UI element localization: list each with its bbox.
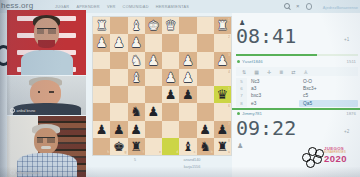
- main-menu: JUGAR APRENDER VER COMUNIDAD HERRAMIENTA…: [55, 5, 189, 9]
- move-number: 8: [236, 100, 247, 107]
- footer-player-name[interactable]: karja1556: [140, 165, 244, 169]
- square-c6[interactable]: [179, 103, 196, 120]
- white-clock-badge: +1: [344, 37, 349, 42]
- black-move[interactable]: c5: [299, 93, 358, 98]
- white-player-name[interactable]: Yusef1846: [242, 59, 263, 64]
- square-e3[interactable]: ♟: [145, 52, 162, 69]
- face-mask: [38, 40, 55, 48]
- black-pawn-piece[interactable]: ♟: [145, 103, 162, 120]
- white-player-clock: 08:41: [236, 24, 296, 48]
- notifications-icon[interactable]: [306, 3, 313, 10]
- square-b6[interactable]: [197, 103, 214, 120]
- chess-broadcast-screen: hess.org JUGAR APRENDER VER COMUNIDAD HE…: [0, 0, 360, 177]
- square-d3[interactable]: [162, 52, 179, 69]
- menu-item-aprender[interactable]: APRENDER: [76, 5, 100, 9]
- square-d8[interactable]: d: [162, 138, 179, 155]
- participant-name-tag: ruben gonzalez: [10, 170, 40, 175]
- square-e7[interactable]: [145, 121, 162, 138]
- square-e8[interactable]: e: [145, 138, 162, 155]
- square-a8[interactable]: ♜8a: [214, 138, 231, 155]
- square-a2[interactable]: 2: [214, 34, 231, 51]
- search-icon[interactable]: [284, 3, 290, 9]
- white-pawn-piece[interactable]: ♟: [110, 34, 127, 51]
- black-pawn-piece[interactable]: ♟: [93, 121, 110, 138]
- black-pawn-piece[interactable]: ♟: [179, 86, 196, 103]
- square-e5[interactable]: [145, 86, 162, 103]
- white-pawn-piece[interactable]: ♟: [179, 52, 196, 69]
- square-g8[interactable]: ♚g: [110, 138, 127, 155]
- move-row: 5Nc3O-O: [236, 78, 358, 85]
- topbar-icon-group: ×: [284, 3, 312, 10]
- square-g2[interactable]: ♟: [110, 34, 127, 51]
- move-row: 7bxc3c5: [236, 92, 358, 99]
- black-move[interactable]: O-O: [299, 79, 358, 84]
- white-player-rating: 1511: [347, 59, 356, 64]
- flip-board-icon[interactable]: ⇅: [242, 69, 246, 75]
- square-c3[interactable]: ♟: [179, 52, 196, 69]
- person-glasses: [37, 137, 55, 143]
- gear-icon[interactable]: ✛: [267, 69, 271, 75]
- square-e1[interactable]: ♚: [145, 17, 162, 34]
- square-f4[interactable]: ♝: [128, 69, 145, 86]
- move-row: 8e3Qa5: [236, 100, 358, 107]
- white-king-piece[interactable]: ♚: [145, 17, 162, 34]
- square-a3[interactable]: ♟3: [214, 52, 231, 69]
- square-g4[interactable]: [110, 69, 127, 86]
- analysis-board-icon[interactable]: ▦: [254, 69, 259, 75]
- square-e2[interactable]: [145, 34, 162, 51]
- white-move[interactable]: e3: [247, 101, 299, 106]
- black-time-bar: [232, 108, 360, 110]
- square-b7[interactable]: ♟: [197, 121, 214, 138]
- move-number: 7: [236, 92, 247, 99]
- square-c8[interactable]: ♝c: [179, 138, 196, 155]
- black-player-clock: 09:22: [236, 116, 296, 140]
- black-move[interactable]: Qa5: [299, 100, 358, 107]
- menu-item-jugar[interactable]: JUGAR: [55, 5, 69, 9]
- black-pawn-piece[interactable]: ♟: [162, 86, 179, 103]
- square-d6[interactable]: [162, 103, 179, 120]
- square-c1[interactable]: [179, 17, 196, 34]
- square-f1[interactable]: ♝: [128, 17, 145, 34]
- olympic-rings-icon: [302, 147, 324, 171]
- square-d5[interactable]: ♟: [162, 86, 179, 103]
- participant-name-tag: anibal bruno: [10, 108, 35, 113]
- white-queen-piece[interactable]: ♛: [162, 17, 179, 34]
- person-torso: [21, 50, 73, 75]
- square-h4[interactable]: [93, 69, 110, 86]
- white-bishop-piece[interactable]: ♝: [128, 17, 145, 34]
- square-g7[interactable]: ♟: [110, 121, 127, 138]
- webcam-commentator-3[interactable]: ruben gonzalez: [7, 116, 86, 177]
- share-icon[interactable]: ⇄: [291, 69, 295, 75]
- logged-in-username[interactable]: AjedrezBonaerense: [323, 5, 358, 10]
- square-a7[interactable]: ♟7: [214, 121, 231, 138]
- online-status-dot: [237, 60, 240, 63]
- square-e6[interactable]: ♟: [145, 103, 162, 120]
- white-pawn-piece[interactable]: ♟: [162, 69, 179, 86]
- square-c7[interactable]: [179, 121, 196, 138]
- square-b4[interactable]: [197, 69, 214, 86]
- square-c2[interactable]: [179, 34, 196, 51]
- menu-item-ver[interactable]: VER: [107, 5, 116, 9]
- online-status-dot: [237, 112, 240, 115]
- white-pawn-icon: ♟: [237, 142, 243, 150]
- footer-player-name[interactable]: anand140: [140, 158, 244, 162]
- square-c4[interactable]: ♟: [179, 69, 196, 86]
- square-f5[interactable]: [128, 86, 145, 103]
- square-h6[interactable]: [93, 103, 110, 120]
- square-b1[interactable]: [197, 17, 214, 34]
- white-pawn-piece[interactable]: ♟: [128, 34, 145, 51]
- analysis-toolbar: ⇅▦✛≣⇄♙: [236, 67, 358, 76]
- pawn-icon[interactable]: ♙: [304, 69, 308, 75]
- square-e4[interactable]: [145, 69, 162, 86]
- person-eyes: [38, 91, 54, 93]
- white-rook-piece[interactable]: ♜: [93, 17, 110, 34]
- participant-avatar-icon: [10, 108, 15, 113]
- move-number: 6: [236, 85, 247, 92]
- square-c5[interactable]: ♟: [179, 86, 196, 103]
- square-a1[interactable]: ♜1: [214, 17, 231, 34]
- move-list: 5Nc3O-O6a3Bxc3+7bxc3c58e3Qa5: [236, 78, 358, 108]
- chess-board[interactable]: ♜♝♚♛♜1♟♟♟2♞♟♟♟3♝♟♟4♟♟♛5♞♟6♟♟♟♟♟7h♚g♜fed♝…: [93, 17, 231, 155]
- square-d1[interactable]: ♛: [162, 17, 179, 34]
- square-h7[interactable]: ♟: [93, 121, 110, 138]
- white-move[interactable]: bxc3: [247, 93, 299, 98]
- close-icon[interactable]: ×: [296, 3, 300, 9]
- white-knight-piece[interactable]: ♞: [128, 52, 145, 69]
- move-number: 5: [236, 78, 247, 85]
- site-logo-text[interactable]: hess.org: [1, 1, 33, 10]
- black-knight-piece[interactable]: ♞: [128, 103, 145, 120]
- black-pawn-piece[interactable]: ♟: [197, 121, 214, 138]
- square-h5[interactable]: [93, 86, 110, 103]
- square-f7[interactable]: ♟: [128, 121, 145, 138]
- book-icon[interactable]: ≣: [279, 69, 283, 75]
- square-a6[interactable]: 6: [214, 103, 231, 120]
- black-pawn-piece[interactable]: ♟: [128, 121, 145, 138]
- person-mustache: [41, 146, 51, 149]
- square-h3[interactable]: [93, 52, 110, 69]
- person-glasses: [37, 28, 56, 34]
- square-g5[interactable]: [110, 86, 127, 103]
- square-f8[interactable]: ♜f: [128, 138, 145, 155]
- square-g1[interactable]: [110, 17, 127, 34]
- white-player-row: Yusef1846 1511: [237, 58, 356, 64]
- black-player-rating: 1876: [346, 111, 356, 116]
- square-a5[interactable]: ♛5: [214, 86, 231, 103]
- square-f6[interactable]: ♞: [128, 103, 145, 120]
- square-d7[interactable]: [162, 121, 179, 138]
- square-b2[interactable]: [197, 34, 214, 51]
- square-b8[interactable]: ♞b: [197, 138, 214, 155]
- webcam-commentator-1[interactable]: [7, 10, 86, 75]
- participant-avatar-icon: [10, 170, 15, 175]
- white-pawn-piece[interactable]: ♟: [145, 52, 162, 69]
- black-pawn-piece[interactable]: ♟: [110, 121, 127, 138]
- black-move[interactable]: Bxc3+: [299, 86, 358, 91]
- white-bishop-piece[interactable]: ♝: [128, 69, 145, 86]
- webcam-commentator-2[interactable]: anibal bruno: [7, 76, 86, 115]
- black-clock-badge: +2: [344, 129, 349, 134]
- move-row: 6a3Bxc3+: [236, 85, 358, 92]
- square-f3[interactable]: ♞: [128, 52, 145, 69]
- square-f2[interactable]: ♟: [128, 34, 145, 51]
- white-move[interactable]: a3: [247, 86, 299, 91]
- square-h2[interactable]: ♟: [93, 34, 110, 51]
- menu-item-herramientas[interactable]: HERRAMIENTAS: [156, 5, 190, 9]
- menu-item-comunidad[interactable]: COMUNIDAD: [123, 5, 149, 9]
- white-pawn-piece[interactable]: ♟: [93, 34, 110, 51]
- square-a4[interactable]: 4: [214, 69, 231, 86]
- square-g6[interactable]: [110, 103, 127, 120]
- square-h1[interactable]: ♜: [93, 17, 110, 34]
- event-logo-year: 2020: [324, 154, 358, 164]
- white-move[interactable]: Nc3: [247, 79, 299, 84]
- square-b3[interactable]: [197, 52, 214, 69]
- square-b5[interactable]: [197, 86, 214, 103]
- square-h8[interactable]: h: [93, 138, 110, 155]
- square-d4[interactable]: ♟: [162, 69, 179, 86]
- event-logo: JUEGOS BONAERENSES 2020: [302, 143, 358, 174]
- square-d2[interactable]: [162, 34, 179, 51]
- square-g3[interactable]: [110, 52, 127, 69]
- white-pawn-piece[interactable]: ♟: [179, 69, 196, 86]
- white-time-bar: [236, 54, 358, 56]
